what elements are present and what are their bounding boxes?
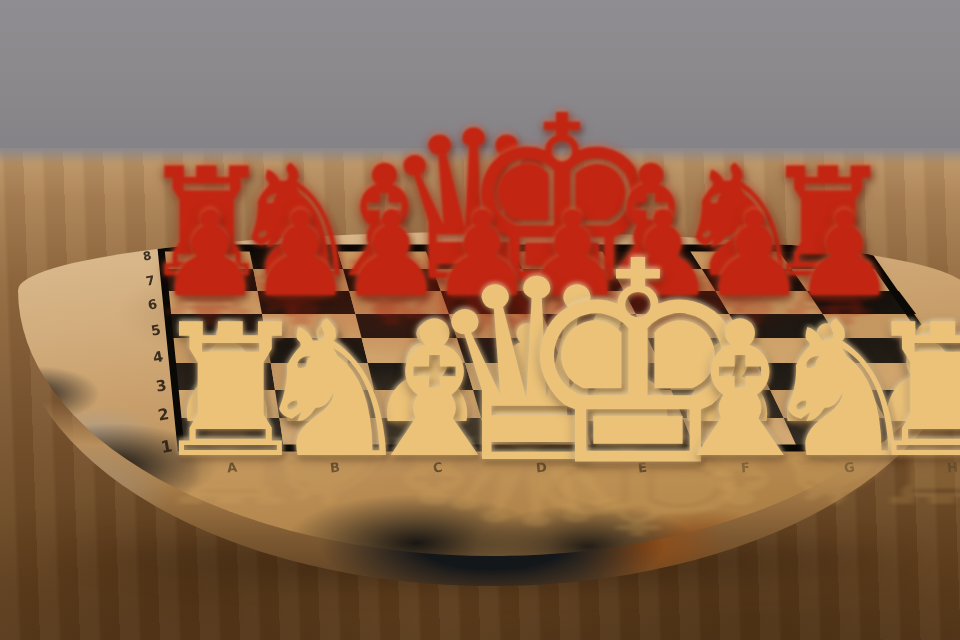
- scene: 87654321ABCDEFGH ♜♜♞♞♝♝♛♛♚♚♝♝♞♞♜♜♟♟♟♟♟♟♟…: [0, 0, 960, 640]
- piece-white-rook-h1: ♜: [861, 300, 960, 483]
